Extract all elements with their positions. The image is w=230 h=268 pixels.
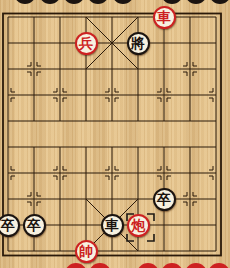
red-chariot[interactable]: 車 xyxy=(153,6,176,29)
xiangqi-board-screenshot: 車兵將卒卒卒車炮帥 xyxy=(0,0,230,268)
black-soldier[interactable]: 卒 xyxy=(23,214,46,237)
black-general[interactable]: 將 xyxy=(127,32,150,55)
red-cannon[interactable]: 炮 xyxy=(127,214,150,237)
red-general[interactable]: 帥 xyxy=(75,240,98,263)
red-soldier[interactable]: 兵 xyxy=(75,32,98,55)
black-chariot[interactable]: 車 xyxy=(101,214,124,237)
black-soldier[interactable]: 卒 xyxy=(0,214,20,237)
black-soldier[interactable]: 卒 xyxy=(153,188,176,211)
